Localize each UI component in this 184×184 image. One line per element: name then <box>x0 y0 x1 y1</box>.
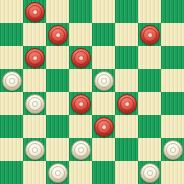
square-3-2[interactable] <box>69 46 92 69</box>
square-1-0[interactable] <box>23 0 46 23</box>
square-5-6[interactable] <box>115 138 138 161</box>
square-3-6[interactable] <box>69 138 92 161</box>
square-1-6[interactable] <box>23 138 46 161</box>
square-2-2[interactable] <box>46 46 69 69</box>
square-4-7[interactable] <box>92 161 115 184</box>
white-piece[interactable] <box>94 71 114 91</box>
white-piece[interactable] <box>25 140 45 160</box>
white-piece[interactable] <box>48 163 68 183</box>
square-1-2[interactable] <box>23 46 46 69</box>
square-7-3[interactable] <box>161 69 184 92</box>
square-0-4[interactable] <box>0 92 23 115</box>
square-0-5[interactable] <box>0 115 23 138</box>
square-6-3[interactable] <box>138 69 161 92</box>
square-7-1[interactable] <box>161 23 184 46</box>
square-6-5[interactable] <box>138 115 161 138</box>
white-piece[interactable] <box>2 71 22 91</box>
square-7-0[interactable] <box>161 0 184 23</box>
red-piece[interactable] <box>140 25 160 45</box>
square-0-0[interactable] <box>0 0 23 23</box>
square-2-0[interactable] <box>46 0 69 23</box>
square-2-5[interactable] <box>46 115 69 138</box>
square-5-1[interactable] <box>115 23 138 46</box>
square-4-4[interactable] <box>92 92 115 115</box>
square-3-5[interactable] <box>69 115 92 138</box>
square-3-1[interactable] <box>69 23 92 46</box>
square-4-1[interactable] <box>92 23 115 46</box>
square-3-4[interactable] <box>69 92 92 115</box>
square-6-0[interactable] <box>138 0 161 23</box>
white-piece[interactable] <box>140 163 160 183</box>
square-0-6[interactable] <box>0 138 23 161</box>
square-5-5[interactable] <box>115 115 138 138</box>
checkers-board <box>0 0 184 184</box>
square-3-3[interactable] <box>69 69 92 92</box>
square-7-6[interactable] <box>161 138 184 161</box>
square-0-3[interactable] <box>0 69 23 92</box>
white-piece[interactable] <box>25 94 45 114</box>
square-4-6[interactable] <box>92 138 115 161</box>
square-3-0[interactable] <box>69 0 92 23</box>
square-1-5[interactable] <box>23 115 46 138</box>
square-7-7[interactable] <box>161 161 184 184</box>
square-5-3[interactable] <box>115 69 138 92</box>
red-piece[interactable] <box>48 25 68 45</box>
square-6-7[interactable] <box>138 161 161 184</box>
square-4-0[interactable] <box>92 0 115 23</box>
square-1-7[interactable] <box>23 161 46 184</box>
square-4-5[interactable] <box>92 115 115 138</box>
square-1-4[interactable] <box>23 92 46 115</box>
square-6-6[interactable] <box>138 138 161 161</box>
red-piece[interactable] <box>71 48 91 68</box>
square-2-7[interactable] <box>46 161 69 184</box>
square-7-4[interactable] <box>161 92 184 115</box>
square-4-2[interactable] <box>92 46 115 69</box>
square-2-6[interactable] <box>46 138 69 161</box>
square-3-7[interactable] <box>69 161 92 184</box>
square-7-2[interactable] <box>161 46 184 69</box>
square-7-5[interactable] <box>161 115 184 138</box>
square-5-2[interactable] <box>115 46 138 69</box>
square-1-3[interactable] <box>23 69 46 92</box>
red-piece[interactable] <box>25 48 45 68</box>
square-5-7[interactable] <box>115 161 138 184</box>
white-piece[interactable] <box>71 140 91 160</box>
square-6-1[interactable] <box>138 23 161 46</box>
square-2-3[interactable] <box>46 69 69 92</box>
square-6-4[interactable] <box>138 92 161 115</box>
red-piece[interactable] <box>25 2 45 22</box>
square-5-0[interactable] <box>115 0 138 23</box>
square-1-1[interactable] <box>23 23 46 46</box>
square-0-1[interactable] <box>0 23 23 46</box>
square-5-4[interactable] <box>115 92 138 115</box>
red-piece[interactable] <box>117 94 137 114</box>
square-0-7[interactable] <box>0 161 23 184</box>
square-4-3[interactable] <box>92 69 115 92</box>
square-0-2[interactable] <box>0 46 23 69</box>
square-6-2[interactable] <box>138 46 161 69</box>
red-piece[interactable] <box>94 117 114 137</box>
square-2-1[interactable] <box>46 23 69 46</box>
square-2-4[interactable] <box>46 92 69 115</box>
white-piece[interactable] <box>163 140 183 160</box>
red-piece[interactable] <box>71 94 91 114</box>
